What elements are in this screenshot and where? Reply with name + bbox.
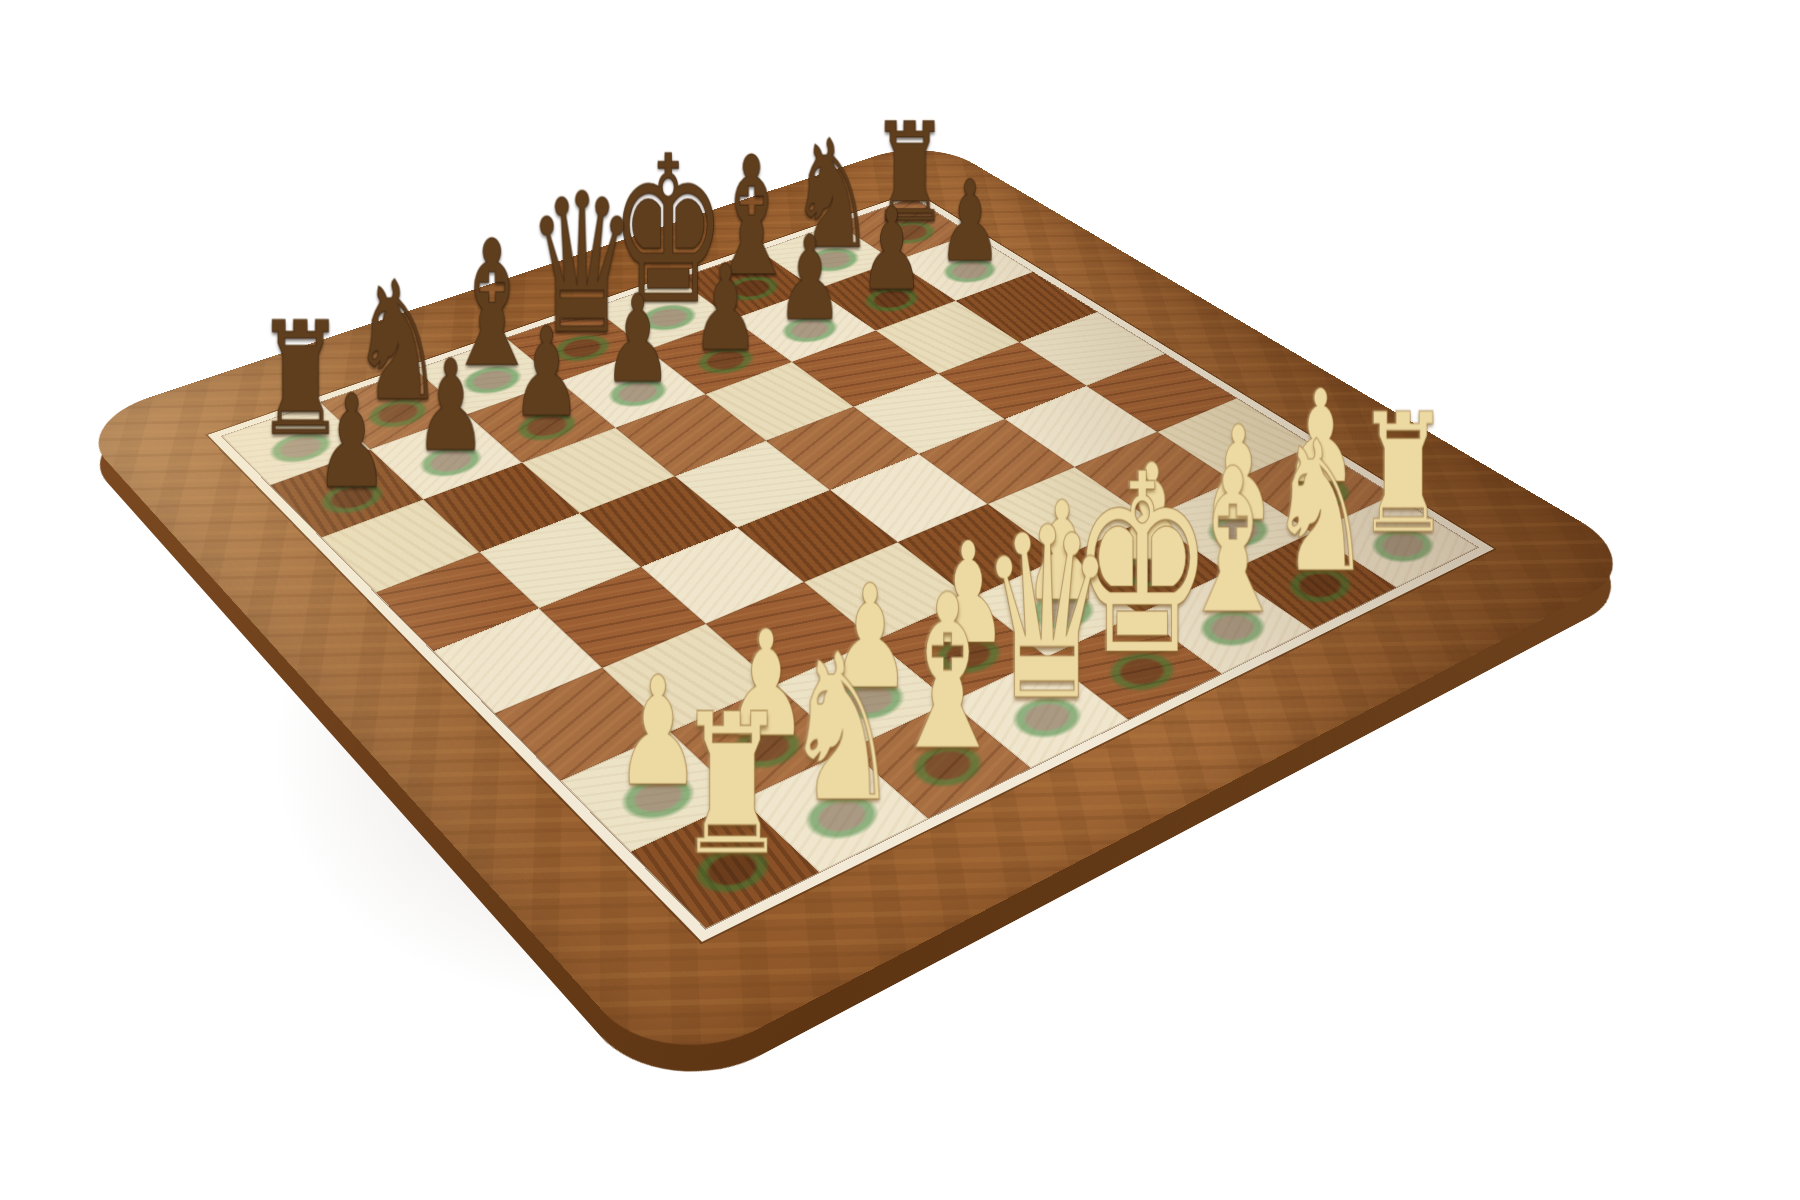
black-pawn-glyph: ♟ xyxy=(315,377,389,506)
black-pawn-glyph: ♟ xyxy=(937,166,1001,278)
black-pawn-glyph: ♟ xyxy=(415,343,487,469)
white-knight-glyph: ♞ xyxy=(784,627,901,831)
square-g5[interactable] xyxy=(938,342,1086,419)
black-pawn-glyph: ♟ xyxy=(858,193,923,307)
page: { "game": "chess", "position": "rnbqkbnr… xyxy=(0,0,1800,1200)
black-pawn-glyph: ♟ xyxy=(603,279,672,400)
white-bishop-glyph: ♝ xyxy=(886,567,1009,781)
black-pawn-glyph: ♟ xyxy=(691,249,759,368)
black-pawn-glyph: ♟ xyxy=(777,220,844,336)
white-rook-glyph: ♜ xyxy=(676,688,788,883)
black-pawn-glyph: ♟ xyxy=(511,311,582,434)
